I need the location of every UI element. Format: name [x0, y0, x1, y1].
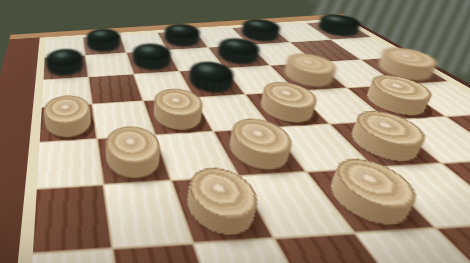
piece-light-r5c4[interactable]	[316, 172, 422, 226]
piece-side	[458, 112, 470, 150]
piece-light-r3c0[interactable]	[44, 107, 91, 139]
piece-side	[460, 108, 470, 145]
piece-light-r5c2[interactable]	[179, 181, 264, 236]
piece-light-r4c5[interactable]	[338, 124, 430, 163]
piece-dark-r1c0[interactable]	[48, 58, 84, 78]
piece-light-r4c3[interactable]	[220, 131, 296, 171]
piece-light-r4c1[interactable]	[103, 139, 164, 180]
photo-stage	[0, 0, 470, 263]
board-scene	[0, 0, 470, 263]
piece-side	[456, 116, 470, 154]
piece-light-r3c2[interactable]	[149, 101, 207, 132]
checkers-board	[0, 14, 470, 263]
piece-light-r4c7[interactable]	[456, 116, 470, 154]
